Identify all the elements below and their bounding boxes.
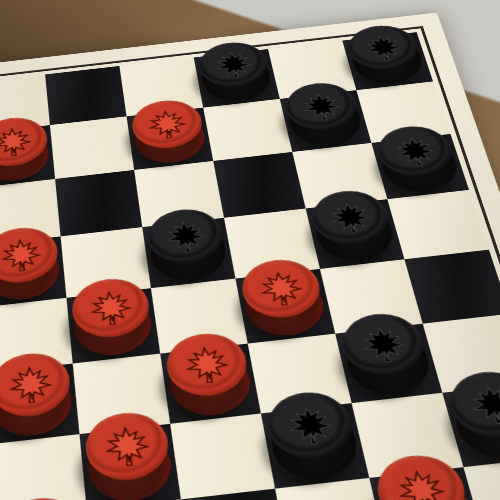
cell-r2c6 (203, 99, 292, 161)
cell-r5c3 (0, 298, 73, 374)
cell-r8c5 (181, 489, 291, 500)
checker-top-face-maple-leaf (69, 275, 153, 342)
checker-top-face-maple-leaf (0, 349, 73, 421)
checker-top-face-maple-leaf (129, 97, 206, 152)
red-checker-r8c7[interactable] (375, 472, 480, 500)
checker-top-face-maple-leaf (0, 493, 87, 500)
cell-r6c6 (248, 334, 352, 414)
cell-r3c3 (0, 179, 61, 246)
cell-r3c7 (292, 143, 387, 209)
cell-r1c6 (194, 49, 280, 108)
cell-r3c4 (55, 170, 142, 236)
checker-top-face-maple-leaf (195, 39, 272, 91)
cell-r1c7 (268, 41, 356, 99)
checker-top-face-maple-leaf (372, 123, 459, 181)
cell-r7c4 (79, 424, 180, 500)
cell-r1c5 (119, 58, 203, 117)
checker-top-face-maple-leaf (0, 114, 50, 170)
cell-r2c5 (127, 108, 214, 170)
red-checker-r5c6[interactable] (240, 273, 330, 340)
checker-top-face-maple-leaf (162, 329, 252, 400)
cell-r6c5 (160, 344, 261, 424)
checker-top-face-maple-leaf (237, 256, 326, 322)
cell-r8c8 (463, 456, 500, 500)
checker-top-face-maple-leaf (281, 79, 363, 134)
cell-r2c4 (50, 116, 134, 179)
red-checker-r7c4[interactable] (84, 428, 175, 500)
cell-r6c7 (335, 324, 442, 403)
cell-r7c7 (352, 393, 464, 478)
red-checker-r5c4[interactable] (71, 292, 155, 360)
cell-r3c5 (134, 161, 224, 227)
cell-r2c7 (280, 90, 372, 152)
cell-r7c8 (442, 382, 500, 467)
red-checker-r4c3[interactable] (0, 240, 62, 304)
checker-top-face-maple-leaf (144, 205, 227, 267)
black-checker-r2c7[interactable] (284, 93, 366, 149)
checker-top-face-maple-leaf (336, 310, 431, 380)
cell-r4c7 (306, 199, 405, 269)
cell-r5c7 (320, 259, 423, 333)
checkers-board (0, 13, 500, 500)
cell-r6c4 (73, 354, 170, 435)
cell-r8c6 (275, 478, 388, 500)
red-checker-r6c3[interactable] (0, 367, 75, 440)
red-checker-r2c3[interactable] (0, 128, 51, 185)
checker-top-face-maple-leaf (370, 451, 474, 500)
perspective-wrapper (0, 0, 500, 500)
cell-r4c4 (61, 227, 151, 298)
checkers-photo-scene (0, 0, 500, 500)
black-checker-r1c6[interactable] (198, 52, 275, 105)
cell-r4c3 (0, 236, 66, 307)
cell-r8c7 (369, 467, 486, 500)
checker-top-face-maple-leaf (442, 367, 500, 442)
black-checker-r7c6[interactable] (266, 407, 364, 484)
black-checker-r4c7[interactable] (310, 203, 399, 266)
cell-r5c6 (235, 269, 335, 344)
checker-top-face-maple-leaf (262, 388, 358, 464)
cell-r5c4 (66, 288, 160, 363)
cell-r7c6 (261, 403, 369, 489)
cell-r5c5 (151, 279, 248, 354)
cell-r4c6 (224, 208, 320, 278)
cell-r3c6 (213, 152, 305, 218)
checker-top-face-maple-leaf (307, 187, 395, 249)
red-checker-r6c5[interactable] (165, 347, 256, 419)
cell-r2c8 (356, 81, 450, 142)
cell-r7c3 (0, 434, 87, 500)
black-checker-r3c8[interactable] (376, 137, 464, 196)
cell-r6c3 (0, 364, 79, 445)
cell-r7c5 (170, 413, 275, 499)
cell-r2c3 (0, 125, 55, 188)
cell-r5c8 (404, 250, 500, 324)
black-checker-r7c8[interactable] (448, 387, 500, 463)
checker-top-face-maple-leaf (0, 224, 60, 287)
black-checker-r4c5[interactable] (147, 221, 231, 284)
checker-top-face-maple-leaf (343, 22, 424, 73)
black-checker-r6c7[interactable] (340, 327, 436, 399)
red-checker-r2c5[interactable] (131, 111, 209, 167)
checker-top-face-maple-leaf (82, 408, 172, 484)
black-checker-r1c8[interactable] (347, 35, 429, 87)
cell-r1c4 (45, 66, 126, 125)
cell-r1c3 (0, 74, 50, 133)
cell-r6c8 (423, 314, 500, 393)
cell-r3c8 (371, 134, 469, 199)
cell-r4c8 (387, 190, 489, 259)
board-grid (0, 32, 500, 500)
cell-r1c8 (342, 32, 433, 90)
cell-r4c5 (142, 218, 235, 288)
